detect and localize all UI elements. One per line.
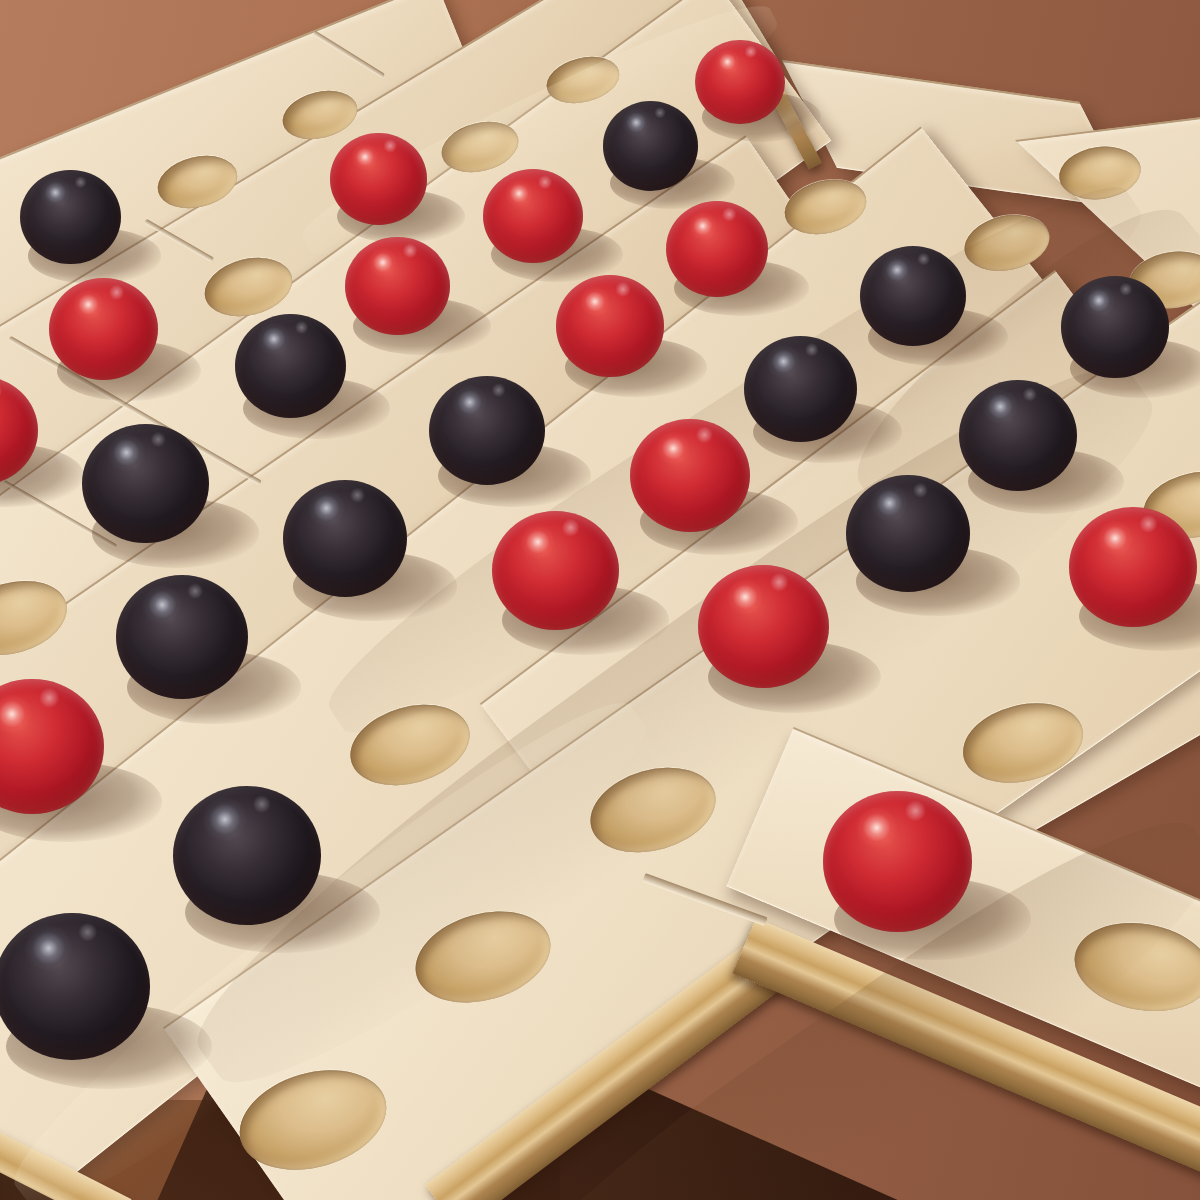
marble-black[interactable]: [1061, 276, 1169, 378]
marble-red[interactable]: [330, 133, 427, 224]
marble-red[interactable]: [492, 511, 619, 630]
marble-black[interactable]: [846, 475, 970, 592]
marble-red[interactable]: [695, 40, 785, 125]
marble-red[interactable]: [483, 169, 583, 263]
marble-black[interactable]: [860, 246, 966, 346]
marble-red[interactable]: [0, 376, 38, 485]
marble-red[interactable]: [1069, 507, 1197, 627]
marble-red[interactable]: [630, 419, 750, 532]
marble-black[interactable]: [235, 314, 346, 418]
marble-black[interactable]: [82, 424, 209, 543]
marble-black[interactable]: [283, 480, 407, 597]
marble-red[interactable]: [698, 565, 829, 688]
marble-red[interactable]: [556, 275, 664, 377]
marble-red[interactable]: [0, 679, 104, 814]
scene: [0, 0, 1200, 1200]
marble-red[interactable]: [49, 278, 158, 380]
marble-black[interactable]: [173, 786, 321, 925]
marble-black[interactable]: [20, 170, 121, 265]
marble-red[interactable]: [666, 201, 768, 297]
marble-black[interactable]: [116, 575, 248, 699]
marble-black[interactable]: [959, 380, 1077, 491]
marble-red[interactable]: [345, 237, 450, 336]
marble-black[interactable]: [0, 913, 150, 1060]
ball-layer: [0, 0, 1200, 1200]
marble-black[interactable]: [429, 376, 545, 485]
marble-red[interactable]: [823, 791, 972, 931]
marble-black[interactable]: [603, 101, 698, 190]
marble-black[interactable]: [744, 336, 857, 442]
